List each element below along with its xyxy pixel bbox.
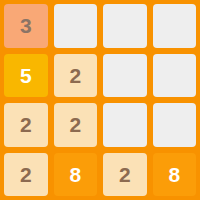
tile-3: 3 [4,4,48,48]
tile-8: 8 [153,153,197,197]
empty-cell [103,4,147,48]
empty-cell [153,54,197,98]
tile-5: 5 [4,54,48,98]
tile-8: 8 [54,153,98,197]
empty-cell [153,4,197,48]
board-2048[interactable]: 3 5 2 2 2 2 8 2 8 [0,0,200,200]
empty-cell [153,103,197,147]
tile-2: 2 [54,54,98,98]
empty-cell [54,4,98,48]
tile-2: 2 [4,153,48,197]
empty-cell [103,54,147,98]
tile-2: 2 [54,103,98,147]
tile-2: 2 [103,153,147,197]
tile-2: 2 [4,103,48,147]
empty-cell [103,103,147,147]
